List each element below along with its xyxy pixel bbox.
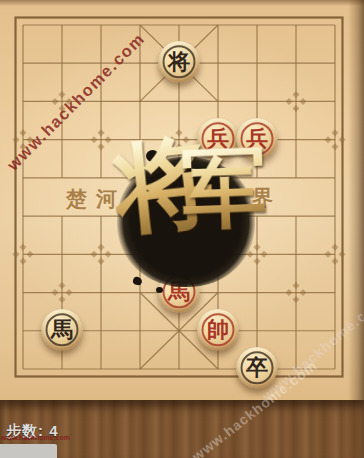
piece-glyph: 兵 <box>237 118 278 159</box>
piece-red-兵[interactable]: 兵 <box>198 118 239 159</box>
xiangqi-app-screen: 楚河 漢界 将兵兵馬馬帥卒 将 军 步数: 4 www.hackhome.com… <box>0 0 364 458</box>
piece-red-兵[interactable]: 兵 <box>237 118 278 159</box>
piece-black-卒[interactable]: 卒 <box>237 347 278 388</box>
piece-glyph: 馬 <box>42 309 83 350</box>
piece-glyph: 帥 <box>198 309 239 350</box>
xiangqi-board[interactable]: 楚河 漢界 将兵兵馬馬帥卒 <box>0 0 364 402</box>
piece-glyph: 兵 <box>198 118 239 159</box>
piece-red-帥[interactable]: 帥 <box>198 309 239 350</box>
piece-glyph: 将 <box>159 41 200 82</box>
piece-glyph: 馬 <box>159 271 200 312</box>
watermark-box <box>0 444 57 458</box>
piece-glyph: 卒 <box>237 347 278 388</box>
river-label-right: 漢界 <box>222 184 282 212</box>
piece-red-馬[interactable]: 馬 <box>159 271 200 312</box>
steps-counter: 步数: 4 <box>6 422 59 441</box>
piece-black-馬[interactable]: 馬 <box>42 309 83 350</box>
steps-label: 步数: <box>6 422 44 439</box>
steps-value: 4 <box>49 422 58 439</box>
river-label-left: 楚河 <box>66 185 126 213</box>
piece-black-将[interactable]: 将 <box>159 41 200 82</box>
